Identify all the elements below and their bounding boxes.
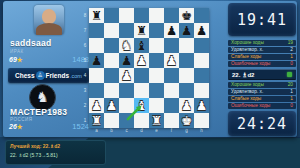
square-c8[interactable] xyxy=(119,8,134,23)
white-king-g1[interactable]: ♚ xyxy=(181,113,192,128)
square-c3[interactable] xyxy=(119,83,134,98)
clock-bottom: 24:24 xyxy=(228,111,296,136)
square-g2[interactable]: ♟ xyxy=(179,98,194,113)
stat-row-ok: Удовлетвор. х.1 xyxy=(228,89,296,95)
file-label-a: a xyxy=(89,128,104,134)
square-b2[interactable]: ♟ xyxy=(104,98,119,113)
file-label-g: g xyxy=(179,128,194,134)
square-a8[interactable]: ♜ xyxy=(89,8,104,23)
square-f2[interactable] xyxy=(164,98,179,113)
square-d1[interactable] xyxy=(134,113,149,128)
rank-label-4: 4 xyxy=(82,68,88,83)
square-e7[interactable] xyxy=(149,23,164,38)
stat-row-ok: Удовлетвор. х.2 xyxy=(228,47,296,53)
square-e3[interactable] xyxy=(149,83,164,98)
square-h5[interactable] xyxy=(194,53,209,68)
move-quality-indicator xyxy=(287,72,292,77)
square-b6[interactable] xyxy=(104,38,119,53)
square-h7[interactable]: ♟ xyxy=(194,23,209,38)
square-g1[interactable]: ♚ xyxy=(179,113,194,128)
file-label-h: h xyxy=(194,128,209,134)
player-bottom-stars: 26★ xyxy=(9,123,23,131)
stat-row-bad: Ошибочные ходы0 xyxy=(228,61,296,67)
black-pawn-g7[interactable]: ♟ xyxy=(181,23,192,38)
square-a7[interactable] xyxy=(89,23,104,38)
square-e4[interactable] xyxy=(149,68,164,83)
white-pawn-g2[interactable]: ♟ xyxy=(181,98,192,113)
square-e6[interactable] xyxy=(149,38,164,53)
eval-line-text: 22. ♗d2 (5.73→5.81) xyxy=(10,152,101,158)
square-f8[interactable] xyxy=(164,8,179,23)
rank-label-5: 5 xyxy=(82,53,88,68)
square-c5[interactable]: ♟ xyxy=(119,53,134,68)
square-a5[interactable]: ♟ xyxy=(89,53,104,68)
stat-row-bad: Ошибочные ходы0 xyxy=(228,103,296,109)
avatar-photo-body xyxy=(36,23,62,35)
square-c1[interactable] xyxy=(119,113,134,128)
square-h2[interactable]: ♟ xyxy=(194,98,209,113)
white-pawn-c4[interactable]: ♟ xyxy=(121,68,132,83)
square-d5[interactable]: ♟ xyxy=(134,53,149,68)
stat-row-weak: Слабые ходы1 xyxy=(228,96,296,102)
player-bottom-name[interactable]: МАСТЕР1983 xyxy=(10,107,67,117)
clock-bottom-time: 24:24 xyxy=(237,115,287,133)
square-a3[interactable] xyxy=(89,83,104,98)
square-c6[interactable]: ♞ xyxy=(119,38,134,53)
white-pawn-b2[interactable]: ♟ xyxy=(106,98,117,113)
screen: saddsaad ИРАК 69★ 1488 Chess ♙ Friends .… xyxy=(0,0,300,168)
square-f7[interactable]: ♟ xyxy=(164,23,179,38)
square-h4[interactable] xyxy=(194,68,209,83)
square-g5[interactable] xyxy=(179,53,194,68)
clock-top: 19:41 xyxy=(228,3,296,36)
square-e8[interactable] xyxy=(149,8,164,23)
square-b5[interactable] xyxy=(104,53,119,68)
black-pawn-a5[interactable]: ♟ xyxy=(91,53,102,68)
square-h1[interactable] xyxy=(194,113,209,128)
square-f1[interactable] xyxy=(164,113,179,128)
square-a1[interactable]: ♜ xyxy=(89,113,104,128)
file-labels: abcdefgh xyxy=(89,128,209,134)
black-pawn-h7[interactable]: ♟ xyxy=(196,23,207,38)
white-rook-a1[interactable]: ♜ xyxy=(91,113,102,128)
white-pawn-a2[interactable]: ♟ xyxy=(91,98,102,113)
square-g4[interactable] xyxy=(179,68,194,83)
rank-label-2: 2 xyxy=(82,98,88,113)
square-f5[interactable]: ♟ xyxy=(164,53,179,68)
last-move-text: 22. ♗d2 xyxy=(232,71,254,78)
white-bishop-d2[interactable]: ♝ xyxy=(136,98,147,113)
best-move-text: Лучший ход: 22.♗d2 xyxy=(10,143,101,149)
square-f6[interactable] xyxy=(164,38,179,53)
square-f3[interactable] xyxy=(164,83,179,98)
square-c2[interactable] xyxy=(119,98,134,113)
white-pawn-f5[interactable]: ♟ xyxy=(166,53,177,68)
white-pawn-h2[interactable]: ♟ xyxy=(196,98,207,113)
stat-row-good: Хорошие ходы19 xyxy=(228,40,296,46)
square-b8[interactable] xyxy=(104,8,119,23)
file-label-f: f xyxy=(164,128,179,134)
rank-labels: 87654321 xyxy=(82,8,88,128)
square-f4[interactable] xyxy=(164,68,179,83)
file-label-e: e xyxy=(149,128,164,134)
square-e1[interactable]: ♜ xyxy=(149,113,164,128)
rank-label-3: 3 xyxy=(82,83,88,98)
square-c4[interactable]: ♟ xyxy=(119,68,134,83)
square-g7[interactable]: ♟ xyxy=(179,23,194,38)
square-d3[interactable] xyxy=(134,83,149,98)
square-a2[interactable]: ♟ xyxy=(89,98,104,113)
logo-text-friends: Friends xyxy=(46,72,69,79)
black-king-g8[interactable]: ♚ xyxy=(181,8,192,23)
square-g8[interactable]: ♚ xyxy=(179,8,194,23)
square-d8[interactable] xyxy=(134,8,149,23)
square-g6[interactable] xyxy=(179,38,194,53)
white-pawn-d5[interactable]: ♟ xyxy=(136,53,147,68)
square-d7[interactable]: ♜ xyxy=(134,23,149,38)
square-e2[interactable] xyxy=(149,98,164,113)
black-rook-d7[interactable]: ♜ xyxy=(136,23,147,38)
white-rook-e1[interactable]: ♜ xyxy=(151,113,162,128)
rank-label-7: 7 xyxy=(82,23,88,38)
square-e5[interactable] xyxy=(149,53,164,68)
black-pawn-c5[interactable]: ♟ xyxy=(121,53,132,68)
rank-label-1: 1 xyxy=(82,113,88,128)
last-move-panel: 22. ♗d2 xyxy=(228,69,296,80)
star-icon: ★ xyxy=(17,123,23,130)
player-top-name[interactable]: saddsaad xyxy=(10,38,52,48)
player-top-avatar[interactable] xyxy=(34,5,64,35)
black-rook-a8[interactable]: ♜ xyxy=(91,8,102,23)
move-quality-stats-bottom: Хорошие ходы20 Удовлетвор. х.1 Слабые хо… xyxy=(228,82,296,109)
square-d6[interactable]: ♝ xyxy=(134,38,149,53)
square-d2[interactable]: ♝ xyxy=(134,98,149,113)
square-h6[interactable] xyxy=(194,38,209,53)
avatar-photo-head xyxy=(42,9,56,24)
stat-row-weak: Слабые ходы1 xyxy=(228,54,296,60)
player-bottom-stats-row: 26★ 1524 xyxy=(9,122,89,131)
stat-row-good: Хорошие ходы20 xyxy=(228,82,296,88)
square-g3[interactable] xyxy=(179,83,194,98)
file-label-b: b xyxy=(104,128,119,134)
move-quality-stats-top: Хорошие ходы19 Удовлетвор. х.2 Слабые хо… xyxy=(228,40,296,67)
player-top-country: ИРАК xyxy=(10,49,24,54)
square-d4[interactable] xyxy=(134,68,149,83)
square-b7[interactable] xyxy=(104,23,119,38)
star-icon: ★ xyxy=(17,56,23,63)
square-c7[interactable] xyxy=(119,23,134,38)
file-label-c: c xyxy=(119,128,134,134)
square-b4[interactable] xyxy=(104,68,119,83)
square-a6[interactable] xyxy=(89,38,104,53)
square-b1[interactable] xyxy=(104,113,119,128)
square-b3[interactable] xyxy=(104,83,119,98)
file-label-d: d xyxy=(134,128,149,134)
player-top-stars: 69★ xyxy=(9,56,23,64)
chessfriends-logo[interactable]: Chess ♙ Friends .com xyxy=(8,68,89,83)
black-bishop-d6[interactable]: ♝ xyxy=(136,38,147,53)
player-top-stats-row: 69★ 1488 xyxy=(9,55,89,64)
pawn-icon: ♙ xyxy=(36,71,45,80)
white-knight-c6[interactable]: ♞ xyxy=(121,38,132,53)
rank-label-8: 8 xyxy=(82,8,88,23)
analysis-box: Лучший ход: 22.♗d2 22. ♗d2 (5.73→5.81) xyxy=(5,140,106,165)
logo-text-chess: Chess xyxy=(15,72,35,79)
square-h3[interactable] xyxy=(194,83,209,98)
chess-board: ♜♚♜♟♟♟♞♝♟♟♟♟♟♟♟♝♟♟♜♜♚ xyxy=(89,8,209,128)
clock-top-time: 19:41 xyxy=(237,11,287,29)
rank-label-6: 6 xyxy=(82,38,88,53)
logo-text-com: .com xyxy=(70,73,82,79)
square-a4[interactable] xyxy=(89,68,104,83)
black-pawn-f7[interactable]: ♟ xyxy=(166,23,177,38)
square-h8[interactable] xyxy=(194,8,209,23)
